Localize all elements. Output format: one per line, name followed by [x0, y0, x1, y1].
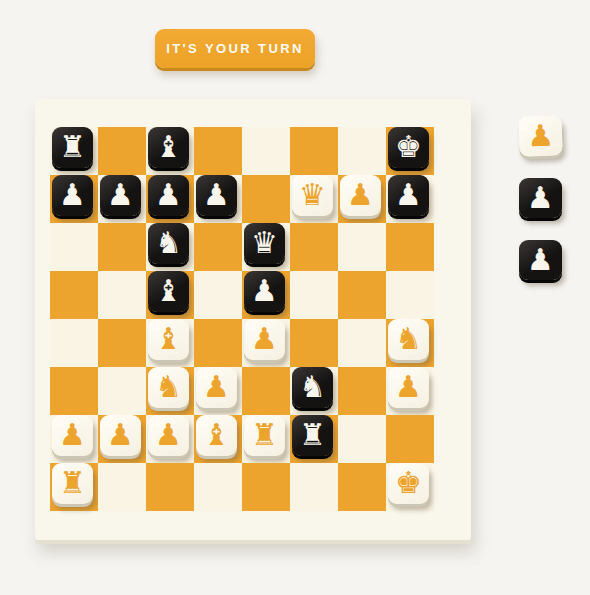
black-pawn-icon: ♟ — [107, 174, 134, 215]
square-a6[interactable] — [50, 223, 98, 271]
white-pawn-icon: ♟ — [526, 114, 554, 156]
white-knight-icon: ♞ — [395, 318, 422, 359]
piece-white-pawn[interactable]: ♟ — [244, 319, 285, 360]
square-g5[interactable] — [338, 271, 386, 319]
square-e4[interactable]: ♟ — [242, 319, 290, 367]
piece-white-rook[interactable]: ♜ — [244, 415, 285, 456]
square-f3[interactable]: ♞ — [290, 367, 338, 415]
white-rook-icon: ♜ — [251, 414, 278, 455]
piece-black-king[interactable]: ♚ — [388, 127, 429, 168]
square-b5[interactable] — [98, 271, 146, 319]
black-pawn-icon: ♟ — [203, 174, 230, 215]
square-c1[interactable] — [146, 463, 194, 511]
piece-white-pawn[interactable]: ♟ — [52, 415, 93, 456]
square-c3[interactable]: ♞ — [146, 367, 194, 415]
white-bishop-icon: ♝ — [155, 318, 182, 359]
square-g1[interactable] — [338, 463, 386, 511]
black-rook-icon: ♜ — [299, 414, 326, 455]
piece-white-pawn[interactable]: ♟ — [148, 415, 189, 456]
square-f7[interactable]: ♛ — [290, 175, 338, 223]
square-h4[interactable]: ♞ — [386, 319, 434, 367]
square-a1[interactable]: ♜ — [50, 463, 98, 511]
square-f8[interactable] — [290, 127, 338, 175]
white-pawn-icon: ♟ — [203, 366, 230, 407]
white-bishop-icon: ♝ — [203, 414, 230, 455]
square-a8[interactable]: ♜ — [50, 127, 98, 175]
square-d7[interactable]: ♟ — [194, 175, 242, 223]
white-pawn-icon: ♟ — [395, 366, 422, 407]
square-c5[interactable]: ♝ — [146, 271, 194, 319]
piece-white-pawn[interactable]: ♟ — [100, 415, 141, 456]
piece-black-pawn[interactable]: ♟ — [244, 271, 285, 312]
piece-white-knight[interactable]: ♞ — [388, 319, 429, 360]
chess-board: ♜♝♚♟♟♟♟♛♟♟♞♛♝♟♝♟♞♞♟♞♟♟♟♟♝♜♜♜♚ — [35, 99, 471, 540]
square-b2[interactable]: ♟ — [98, 415, 146, 463]
square-b6[interactable] — [98, 223, 146, 271]
white-pawn-icon: ♟ — [251, 318, 278, 359]
square-c4[interactable]: ♝ — [146, 319, 194, 367]
turn-banner-label: IT'S YOUR TURN — [166, 41, 304, 56]
piece-black-pawn[interactable]: ♟ — [519, 240, 562, 280]
white-rook-icon: ♜ — [59, 462, 86, 503]
black-bishop-icon: ♝ — [155, 270, 182, 311]
piece-black-knight[interactable]: ♞ — [148, 223, 189, 264]
turn-banner: IT'S YOUR TURN — [155, 29, 315, 68]
captured-tray: ♟♟♟ — [519, 116, 564, 286]
piece-black-queen[interactable]: ♛ — [244, 223, 285, 264]
square-f1[interactable] — [290, 463, 338, 511]
square-g3[interactable] — [338, 367, 386, 415]
piece-black-bishop[interactable]: ♝ — [148, 271, 189, 312]
square-c7[interactable]: ♟ — [146, 175, 194, 223]
square-f4[interactable] — [290, 319, 338, 367]
square-h6[interactable] — [386, 223, 434, 271]
square-g2[interactable] — [338, 415, 386, 463]
white-pawn-icon: ♟ — [155, 414, 182, 455]
square-h5[interactable] — [386, 271, 434, 319]
square-e5[interactable]: ♟ — [242, 271, 290, 319]
piece-black-pawn[interactable]: ♟ — [519, 178, 562, 218]
white-knight-icon: ♞ — [155, 366, 182, 407]
square-f5[interactable] — [290, 271, 338, 319]
black-knight-icon: ♞ — [155, 222, 182, 263]
black-queen-icon: ♛ — [251, 222, 278, 263]
piece-white-bishop[interactable]: ♝ — [148, 319, 189, 360]
square-d8[interactable] — [194, 127, 242, 175]
black-pawn-icon: ♟ — [527, 239, 554, 280]
piece-black-bishop[interactable]: ♝ — [148, 127, 189, 168]
board-grid: ♜♝♚♟♟♟♟♛♟♟♞♛♝♟♝♟♞♞♟♞♟♟♟♟♝♜♜♜♚ — [50, 127, 434, 511]
black-pawn-icon: ♟ — [251, 270, 278, 311]
square-h1[interactable]: ♚ — [386, 463, 434, 511]
square-b8[interactable] — [98, 127, 146, 175]
square-c2[interactable]: ♟ — [146, 415, 194, 463]
square-a3[interactable] — [50, 367, 98, 415]
square-b4[interactable] — [98, 319, 146, 367]
piece-white-pawn[interactable]: ♟ — [340, 175, 381, 216]
square-e2[interactable]: ♜ — [242, 415, 290, 463]
white-pawn-icon: ♟ — [347, 174, 374, 215]
square-e1[interactable] — [242, 463, 290, 511]
black-pawn-icon: ♟ — [59, 174, 86, 215]
black-rook-icon: ♜ — [59, 126, 86, 167]
piece-black-pawn[interactable]: ♟ — [52, 175, 93, 216]
black-pawn-icon: ♟ — [395, 174, 422, 215]
square-b7[interactable]: ♟ — [98, 175, 146, 223]
square-c8[interactable]: ♝ — [146, 127, 194, 175]
square-f6[interactable] — [290, 223, 338, 271]
white-queen-icon: ♛ — [299, 174, 326, 215]
black-king-icon: ♚ — [395, 126, 422, 167]
square-d6[interactable] — [194, 223, 242, 271]
square-a4[interactable] — [50, 319, 98, 367]
piece-black-rook[interactable]: ♜ — [292, 415, 333, 456]
black-knight-icon: ♞ — [299, 366, 326, 407]
square-e6[interactable]: ♛ — [242, 223, 290, 271]
piece-black-rook[interactable]: ♜ — [52, 127, 93, 168]
piece-white-knight[interactable]: ♞ — [148, 367, 189, 408]
square-e3[interactable] — [242, 367, 290, 415]
square-b3[interactable] — [98, 367, 146, 415]
piece-black-pawn[interactable]: ♟ — [196, 175, 237, 216]
square-a7[interactable]: ♟ — [50, 175, 98, 223]
square-e7[interactable] — [242, 175, 290, 223]
black-pawn-icon: ♟ — [527, 177, 554, 218]
square-g7[interactable]: ♟ — [338, 175, 386, 223]
piece-white-king[interactable]: ♚ — [388, 463, 429, 504]
square-h8[interactable]: ♚ — [386, 127, 434, 175]
square-d1[interactable] — [194, 463, 242, 511]
black-pawn-icon: ♟ — [155, 174, 182, 215]
square-h2[interactable] — [386, 415, 434, 463]
piece-black-knight[interactable]: ♞ — [292, 367, 333, 408]
piece-black-pawn[interactable]: ♟ — [148, 175, 189, 216]
square-d2[interactable]: ♝ — [194, 415, 242, 463]
square-d3[interactable]: ♟ — [194, 367, 242, 415]
piece-white-queen[interactable]: ♛ — [292, 175, 333, 216]
square-a2[interactable]: ♟ — [50, 415, 98, 463]
piece-white-pawn[interactable]: ♟ — [196, 367, 237, 408]
square-b1[interactable] — [98, 463, 146, 511]
piece-white-bishop[interactable]: ♝ — [196, 415, 237, 456]
square-g6[interactable] — [338, 223, 386, 271]
square-d5[interactable] — [194, 271, 242, 319]
square-h7[interactable]: ♟ — [386, 175, 434, 223]
piece-white-rook[interactable]: ♜ — [52, 463, 93, 504]
piece-black-pawn[interactable]: ♟ — [388, 175, 429, 216]
piece-white-pawn[interactable]: ♟ — [518, 115, 562, 156]
white-pawn-icon: ♟ — [107, 414, 134, 455]
square-g4[interactable] — [338, 319, 386, 367]
square-h3[interactable]: ♟ — [386, 367, 434, 415]
square-d4[interactable] — [194, 319, 242, 367]
square-e8[interactable] — [242, 127, 290, 175]
square-g8[interactable] — [338, 127, 386, 175]
square-a5[interactable] — [50, 271, 98, 319]
square-c6[interactable]: ♞ — [146, 223, 194, 271]
white-king-icon: ♚ — [395, 462, 422, 503]
white-pawn-icon: ♟ — [59, 414, 86, 455]
piece-white-pawn[interactable]: ♟ — [388, 367, 429, 408]
piece-black-pawn[interactable]: ♟ — [100, 175, 141, 216]
square-f2[interactable]: ♜ — [290, 415, 338, 463]
black-bishop-icon: ♝ — [155, 126, 182, 167]
